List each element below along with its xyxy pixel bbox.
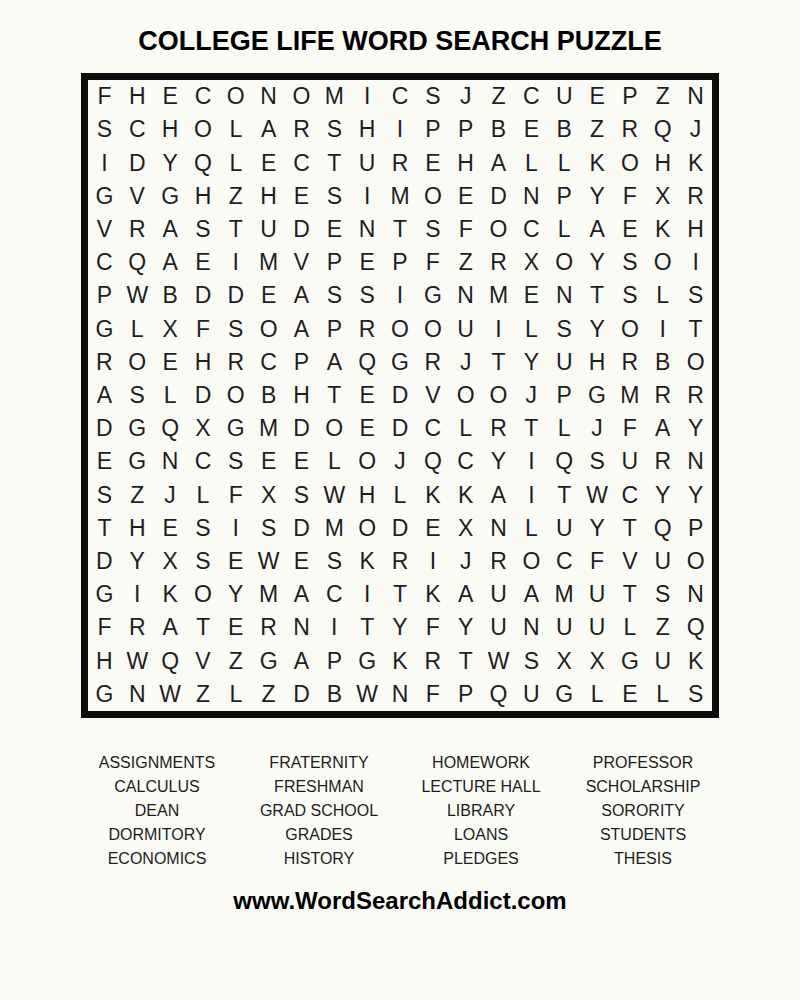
- grid-cell-r9c1[interactable]: R: [88, 346, 121, 379]
- grid-cell-r9c4[interactable]: H: [187, 346, 220, 379]
- grid-cell-r2c14[interactable]: E: [515, 113, 548, 146]
- grid-cell-r13c6[interactable]: X: [252, 479, 285, 512]
- grid-cell-r3c5[interactable]: L: [219, 146, 252, 179]
- grid-cell-r11c17[interactable]: F: [613, 412, 646, 445]
- grid-cell-r1c7[interactable]: O: [285, 80, 318, 113]
- grid-cell-r3c19[interactable]: K: [679, 146, 712, 179]
- grid-cell-r5c17[interactable]: E: [613, 213, 646, 246]
- grid-cell-r10c17[interactable]: M: [613, 379, 646, 412]
- grid-cell-r6c10[interactable]: P: [384, 246, 417, 279]
- grid-cell-r17c9[interactable]: T: [351, 611, 384, 644]
- grid-cell-r6c18[interactable]: O: [646, 246, 679, 279]
- grid-cell-r9c15[interactable]: U: [548, 346, 581, 379]
- grid-cell-r15c3[interactable]: X: [154, 545, 187, 578]
- grid-cell-r14c19[interactable]: P: [679, 512, 712, 545]
- grid-cell-r13c8[interactable]: W: [318, 479, 351, 512]
- grid-cell-r18c8[interactable]: P: [318, 645, 351, 678]
- grid-cell-r3c1[interactable]: I: [88, 146, 121, 179]
- grid-cell-r6c14[interactable]: X: [515, 246, 548, 279]
- grid-cell-r6c5[interactable]: I: [219, 246, 252, 279]
- grid-cell-r15c17[interactable]: V: [613, 545, 646, 578]
- grid-cell-r15c1[interactable]: D: [88, 545, 121, 578]
- grid-cell-r8c10[interactable]: O: [384, 312, 417, 345]
- grid-cell-r16c5[interactable]: Y: [219, 578, 252, 611]
- grid-cell-r10c1[interactable]: A: [88, 379, 121, 412]
- grid-cell-r14c15[interactable]: U: [548, 512, 581, 545]
- grid-cell-r8c14[interactable]: L: [515, 312, 548, 345]
- grid-cell-r10c15[interactable]: P: [548, 379, 581, 412]
- grid-cell-r19c3[interactable]: W: [154, 678, 187, 711]
- grid-cell-r9c6[interactable]: C: [252, 346, 285, 379]
- grid-cell-r4c17[interactable]: F: [613, 180, 646, 213]
- grid-cell-r19c13[interactable]: Q: [482, 678, 515, 711]
- grid-cell-r11c9[interactable]: E: [351, 412, 384, 445]
- grid-cell-r15c18[interactable]: U: [646, 545, 679, 578]
- grid-cell-r17c5[interactable]: E: [219, 611, 252, 644]
- grid-cell-r12c1[interactable]: E: [88, 445, 121, 478]
- grid-cell-r5c15[interactable]: L: [548, 213, 581, 246]
- grid-cell-r5c14[interactable]: C: [515, 213, 548, 246]
- grid-cell-r15c12[interactable]: J: [449, 545, 482, 578]
- grid-cell-r11c3[interactable]: Q: [154, 412, 187, 445]
- grid-cell-r2c17[interactable]: R: [613, 113, 646, 146]
- grid-cell-r15c15[interactable]: C: [548, 545, 581, 578]
- grid-cell-r10c12[interactable]: O: [449, 379, 482, 412]
- grid-cell-r2c15[interactable]: B: [548, 113, 581, 146]
- grid-cell-r10c18[interactable]: R: [646, 379, 679, 412]
- grid-cell-r19c16[interactable]: L: [581, 678, 614, 711]
- grid-cell-r5c11[interactable]: S: [416, 213, 449, 246]
- grid-cell-r11c15[interactable]: L: [548, 412, 581, 445]
- grid-cell-r19c7[interactable]: D: [285, 678, 318, 711]
- grid-cell-r13c15[interactable]: T: [548, 479, 581, 512]
- grid-cell-r2c1[interactable]: S: [88, 113, 121, 146]
- grid-cell-r14c7[interactable]: D: [285, 512, 318, 545]
- grid-cell-r5c9[interactable]: N: [351, 213, 384, 246]
- grid-cell-r5c18[interactable]: K: [646, 213, 679, 246]
- grid-cell-r1c18[interactable]: Z: [646, 80, 679, 113]
- grid-cell-r12c15[interactable]: Q: [548, 445, 581, 478]
- grid-cell-r12c6[interactable]: E: [252, 445, 285, 478]
- grid-cell-r17c12[interactable]: Y: [449, 611, 482, 644]
- grid-cell-r4c8[interactable]: S: [318, 180, 351, 213]
- grid-cell-r12c7[interactable]: E: [285, 445, 318, 478]
- grid-cell-r18c17[interactable]: G: [613, 645, 646, 678]
- grid-cell-r13c14[interactable]: I: [515, 479, 548, 512]
- grid-cell-r16c16[interactable]: U: [581, 578, 614, 611]
- grid-cell-r4c16[interactable]: Y: [581, 180, 614, 213]
- grid-cell-r18c7[interactable]: A: [285, 645, 318, 678]
- grid-cell-r14c17[interactable]: T: [613, 512, 646, 545]
- grid-cell-r11c4[interactable]: X: [187, 412, 220, 445]
- grid-cell-r17c7[interactable]: N: [285, 611, 318, 644]
- grid-cell-r16c11[interactable]: K: [416, 578, 449, 611]
- grid-cell-r3c9[interactable]: U: [351, 146, 384, 179]
- grid-cell-r9c14[interactable]: Y: [515, 346, 548, 379]
- grid-cell-r9c18[interactable]: B: [646, 346, 679, 379]
- grid-cell-r2c5[interactable]: L: [219, 113, 252, 146]
- grid-cell-r2c2[interactable]: C: [121, 113, 154, 146]
- grid-cell-r14c13[interactable]: N: [482, 512, 515, 545]
- grid-cell-r2c4[interactable]: O: [187, 113, 220, 146]
- grid-cell-r19c18[interactable]: L: [646, 678, 679, 711]
- grid-cell-r17c8[interactable]: I: [318, 611, 351, 644]
- grid-cell-r12c5[interactable]: S: [219, 445, 252, 478]
- grid-cell-r16c19[interactable]: N: [679, 578, 712, 611]
- grid-cell-r8c18[interactable]: I: [646, 312, 679, 345]
- grid-cell-r15c5[interactable]: E: [219, 545, 252, 578]
- grid-cell-r19c19[interactable]: S: [679, 678, 712, 711]
- grid-cell-r18c9[interactable]: G: [351, 645, 384, 678]
- grid-cell-r1c13[interactable]: Z: [482, 80, 515, 113]
- grid-cell-r11c5[interactable]: G: [219, 412, 252, 445]
- grid-cell-r16c15[interactable]: M: [548, 578, 581, 611]
- grid-cell-r16c7[interactable]: A: [285, 578, 318, 611]
- grid-cell-r7c17[interactable]: S: [613, 279, 646, 312]
- grid-cell-r18c16[interactable]: X: [581, 645, 614, 678]
- grid-cell-r3c6[interactable]: E: [252, 146, 285, 179]
- grid-cell-r15c13[interactable]: R: [482, 545, 515, 578]
- grid-cell-r11c2[interactable]: G: [121, 412, 154, 445]
- grid-cell-r18c18[interactable]: U: [646, 645, 679, 678]
- grid-cell-r7c3[interactable]: B: [154, 279, 187, 312]
- grid-cell-r9c2[interactable]: O: [121, 346, 154, 379]
- grid-cell-r16c18[interactable]: S: [646, 578, 679, 611]
- grid-cell-r3c15[interactable]: L: [548, 146, 581, 179]
- grid-cell-r14c10[interactable]: D: [384, 512, 417, 545]
- grid-cell-r6c16[interactable]: Y: [581, 246, 614, 279]
- grid-cell-r11c16[interactable]: J: [581, 412, 614, 445]
- grid-cell-r13c17[interactable]: C: [613, 479, 646, 512]
- grid-cell-r12c14[interactable]: I: [515, 445, 548, 478]
- grid-cell-r3c16[interactable]: K: [581, 146, 614, 179]
- grid-cell-r7c1[interactable]: P: [88, 279, 121, 312]
- grid-cell-r5c10[interactable]: T: [384, 213, 417, 246]
- grid-cell-r13c16[interactable]: W: [581, 479, 614, 512]
- grid-cell-r6c13[interactable]: R: [482, 246, 515, 279]
- grid-cell-r14c1[interactable]: T: [88, 512, 121, 545]
- grid-cell-r10c19[interactable]: R: [679, 379, 712, 412]
- grid-cell-r19c12[interactable]: P: [449, 678, 482, 711]
- grid-cell-r15c7[interactable]: E: [285, 545, 318, 578]
- grid-cell-r5c4[interactable]: S: [187, 213, 220, 246]
- grid-cell-r5c12[interactable]: F: [449, 213, 482, 246]
- grid-cell-r8c2[interactable]: L: [121, 312, 154, 345]
- grid-cell-r19c11[interactable]: F: [416, 678, 449, 711]
- grid-cell-r10c4[interactable]: D: [187, 379, 220, 412]
- grid-cell-r8c17[interactable]: O: [613, 312, 646, 345]
- grid-cell-r6c8[interactable]: P: [318, 246, 351, 279]
- grid-cell-r13c9[interactable]: H: [351, 479, 384, 512]
- grid-cell-r10c11[interactable]: V: [416, 379, 449, 412]
- grid-cell-r1c8[interactable]: M: [318, 80, 351, 113]
- grid-cell-r14c18[interactable]: Q: [646, 512, 679, 545]
- grid-cell-r17c6[interactable]: R: [252, 611, 285, 644]
- grid-cell-r2c3[interactable]: H: [154, 113, 187, 146]
- grid-cell-r17c3[interactable]: A: [154, 611, 187, 644]
- grid-cell-r17c19[interactable]: Q: [679, 611, 712, 644]
- grid-cell-r19c6[interactable]: Z: [252, 678, 285, 711]
- grid-cell-r18c5[interactable]: Z: [219, 645, 252, 678]
- grid-cell-r17c1[interactable]: F: [88, 611, 121, 644]
- grid-cell-r15c11[interactable]: I: [416, 545, 449, 578]
- grid-cell-r18c1[interactable]: H: [88, 645, 121, 678]
- grid-cell-r16c9[interactable]: I: [351, 578, 384, 611]
- grid-cell-r14c6[interactable]: S: [252, 512, 285, 545]
- grid-cell-r7c11[interactable]: G: [416, 279, 449, 312]
- grid-cell-r9c16[interactable]: H: [581, 346, 614, 379]
- grid-cell-r13c7[interactable]: S: [285, 479, 318, 512]
- grid-cell-r12c8[interactable]: L: [318, 445, 351, 478]
- grid-cell-r18c2[interactable]: W: [121, 645, 154, 678]
- grid-cell-r18c11[interactable]: R: [416, 645, 449, 678]
- grid-cell-r4c13[interactable]: D: [482, 180, 515, 213]
- grid-cell-r7c19[interactable]: S: [679, 279, 712, 312]
- grid-cell-r17c14[interactable]: N: [515, 611, 548, 644]
- grid-cell-r13c3[interactable]: J: [154, 479, 187, 512]
- grid-cell-r14c16[interactable]: Y: [581, 512, 614, 545]
- grid-cell-r8c4[interactable]: F: [187, 312, 220, 345]
- grid-cell-r18c10[interactable]: K: [384, 645, 417, 678]
- grid-cell-r18c12[interactable]: T: [449, 645, 482, 678]
- grid-cell-r9c7[interactable]: P: [285, 346, 318, 379]
- grid-cell-r7c12[interactable]: N: [449, 279, 482, 312]
- grid-cell-r14c11[interactable]: E: [416, 512, 449, 545]
- grid-cell-r10c9[interactable]: E: [351, 379, 384, 412]
- grid-cell-r5c7[interactable]: D: [285, 213, 318, 246]
- grid-cell-r14c12[interactable]: X: [449, 512, 482, 545]
- grid-cell-r19c9[interactable]: W: [351, 678, 384, 711]
- grid-cell-r7c14[interactable]: E: [515, 279, 548, 312]
- grid-cell-r18c6[interactable]: G: [252, 645, 285, 678]
- grid-cell-r12c4[interactable]: C: [187, 445, 220, 478]
- grid-cell-r2c11[interactable]: P: [416, 113, 449, 146]
- grid-cell-r13c19[interactable]: Y: [679, 479, 712, 512]
- grid-cell-r11c8[interactable]: O: [318, 412, 351, 445]
- grid-cell-r15c8[interactable]: S: [318, 545, 351, 578]
- grid-cell-r13c18[interactable]: Y: [646, 479, 679, 512]
- grid-cell-r14c3[interactable]: E: [154, 512, 187, 545]
- grid-cell-r10c16[interactable]: G: [581, 379, 614, 412]
- grid-cell-r16c8[interactable]: C: [318, 578, 351, 611]
- grid-cell-r8c19[interactable]: T: [679, 312, 712, 345]
- grid-cell-r6c1[interactable]: C: [88, 246, 121, 279]
- grid-cell-r7c9[interactable]: S: [351, 279, 384, 312]
- grid-cell-r3c2[interactable]: D: [121, 146, 154, 179]
- grid-cell-r4c11[interactable]: O: [416, 180, 449, 213]
- grid-cell-r8c1[interactable]: G: [88, 312, 121, 345]
- grid-cell-r10c3[interactable]: L: [154, 379, 187, 412]
- grid-cell-r16c17[interactable]: T: [613, 578, 646, 611]
- grid-cell-r2c10[interactable]: I: [384, 113, 417, 146]
- grid-cell-r19c4[interactable]: Z: [187, 678, 220, 711]
- grid-cell-r6c15[interactable]: O: [548, 246, 581, 279]
- grid-cell-r3c11[interactable]: E: [416, 146, 449, 179]
- grid-cell-r10c13[interactable]: O: [482, 379, 515, 412]
- grid-cell-r2c13[interactable]: B: [482, 113, 515, 146]
- grid-cell-r5c5[interactable]: T: [219, 213, 252, 246]
- grid-cell-r9c8[interactable]: A: [318, 346, 351, 379]
- grid-cell-r6c7[interactable]: V: [285, 246, 318, 279]
- grid-cell-r16c4[interactable]: O: [187, 578, 220, 611]
- grid-cell-r13c1[interactable]: S: [88, 479, 121, 512]
- grid-cell-r12c17[interactable]: U: [613, 445, 646, 478]
- grid-cell-r13c12[interactable]: K: [449, 479, 482, 512]
- grid-cell-r15c2[interactable]: Y: [121, 545, 154, 578]
- grid-cell-r18c3[interactable]: Q: [154, 645, 187, 678]
- grid-cell-r8c7[interactable]: A: [285, 312, 318, 345]
- grid-cell-r19c5[interactable]: L: [219, 678, 252, 711]
- grid-cell-r12c10[interactable]: J: [384, 445, 417, 478]
- grid-cell-r5c13[interactable]: O: [482, 213, 515, 246]
- grid-cell-r1c2[interactable]: H: [121, 80, 154, 113]
- grid-cell-r9c13[interactable]: T: [482, 346, 515, 379]
- grid-cell-r11c14[interactable]: T: [515, 412, 548, 445]
- grid-cell-r11c7[interactable]: D: [285, 412, 318, 445]
- grid-cell-r19c10[interactable]: N: [384, 678, 417, 711]
- grid-cell-r3c7[interactable]: C: [285, 146, 318, 179]
- grid-cell-r15c14[interactable]: O: [515, 545, 548, 578]
- grid-cell-r6c2[interactable]: Q: [121, 246, 154, 279]
- grid-cell-r5c16[interactable]: A: [581, 213, 614, 246]
- grid-cell-r17c11[interactable]: F: [416, 611, 449, 644]
- grid-cell-r1c4[interactable]: C: [187, 80, 220, 113]
- grid-cell-r12c9[interactable]: O: [351, 445, 384, 478]
- grid-cell-r10c14[interactable]: J: [515, 379, 548, 412]
- grid-cell-r7c16[interactable]: T: [581, 279, 614, 312]
- grid-cell-r6c4[interactable]: E: [187, 246, 220, 279]
- grid-cell-r2c6[interactable]: A: [252, 113, 285, 146]
- grid-cell-r15c10[interactable]: R: [384, 545, 417, 578]
- grid-cell-r5c1[interactable]: V: [88, 213, 121, 246]
- grid-cell-r9c11[interactable]: R: [416, 346, 449, 379]
- grid-cell-r12c12[interactable]: C: [449, 445, 482, 478]
- grid-cell-r14c2[interactable]: H: [121, 512, 154, 545]
- grid-cell-r7c8[interactable]: S: [318, 279, 351, 312]
- grid-cell-r7c5[interactable]: D: [219, 279, 252, 312]
- grid-cell-r16c3[interactable]: K: [154, 578, 187, 611]
- grid-cell-r18c15[interactable]: X: [548, 645, 581, 678]
- grid-cell-r5c2[interactable]: R: [121, 213, 154, 246]
- grid-cell-r11c13[interactable]: R: [482, 412, 515, 445]
- grid-cell-r4c6[interactable]: H: [252, 180, 285, 213]
- grid-cell-r8c15[interactable]: S: [548, 312, 581, 345]
- grid-cell-r10c2[interactable]: S: [121, 379, 154, 412]
- grid-cell-r7c13[interactable]: M: [482, 279, 515, 312]
- grid-cell-r4c10[interactable]: M: [384, 180, 417, 213]
- grid-cell-r11c1[interactable]: D: [88, 412, 121, 445]
- grid-cell-r7c15[interactable]: N: [548, 279, 581, 312]
- grid-cell-r17c4[interactable]: T: [187, 611, 220, 644]
- grid-cell-r4c9[interactable]: I: [351, 180, 384, 213]
- grid-cell-r9c9[interactable]: Q: [351, 346, 384, 379]
- grid-cell-r11c19[interactable]: Y: [679, 412, 712, 445]
- grid-cell-r6c9[interactable]: E: [351, 246, 384, 279]
- grid-cell-r5c19[interactable]: H: [679, 213, 712, 246]
- grid-cell-r19c2[interactable]: N: [121, 678, 154, 711]
- grid-cell-r4c18[interactable]: X: [646, 180, 679, 213]
- grid-cell-r17c16[interactable]: U: [581, 611, 614, 644]
- grid-cell-r16c13[interactable]: U: [482, 578, 515, 611]
- grid-cell-r13c5[interactable]: F: [219, 479, 252, 512]
- grid-cell-r11c11[interactable]: C: [416, 412, 449, 445]
- grid-cell-r2c9[interactable]: H: [351, 113, 384, 146]
- grid-cell-r13c10[interactable]: L: [384, 479, 417, 512]
- grid-cell-r19c14[interactable]: U: [515, 678, 548, 711]
- grid-cell-r9c19[interactable]: O: [679, 346, 712, 379]
- grid-cell-r10c10[interactable]: D: [384, 379, 417, 412]
- grid-cell-r10c5[interactable]: O: [219, 379, 252, 412]
- grid-cell-r6c6[interactable]: M: [252, 246, 285, 279]
- grid-cell-r7c4[interactable]: D: [187, 279, 220, 312]
- grid-cell-r4c4[interactable]: H: [187, 180, 220, 213]
- grid-cell-r1c3[interactable]: E: [154, 80, 187, 113]
- grid-cell-r1c11[interactable]: S: [416, 80, 449, 113]
- grid-cell-r1c15[interactable]: U: [548, 80, 581, 113]
- grid-cell-r16c14[interactable]: A: [515, 578, 548, 611]
- grid-cell-r15c19[interactable]: O: [679, 545, 712, 578]
- grid-cell-r3c4[interactable]: Q: [187, 146, 220, 179]
- grid-cell-r9c5[interactable]: R: [219, 346, 252, 379]
- grid-cell-r5c3[interactable]: A: [154, 213, 187, 246]
- grid-cell-r9c3[interactable]: E: [154, 346, 187, 379]
- grid-cell-r13c4[interactable]: L: [187, 479, 220, 512]
- grid-cell-r4c14[interactable]: N: [515, 180, 548, 213]
- grid-cell-r16c1[interactable]: G: [88, 578, 121, 611]
- grid-cell-r18c14[interactable]: S: [515, 645, 548, 678]
- grid-cell-r1c12[interactable]: J: [449, 80, 482, 113]
- grid-cell-r12c18[interactable]: R: [646, 445, 679, 478]
- grid-cell-r10c6[interactable]: B: [252, 379, 285, 412]
- grid-cell-r19c8[interactable]: B: [318, 678, 351, 711]
- grid-cell-r1c19[interactable]: N: [679, 80, 712, 113]
- grid-cell-r16c2[interactable]: I: [121, 578, 154, 611]
- grid-cell-r2c16[interactable]: Z: [581, 113, 614, 146]
- grid-cell-r12c13[interactable]: Y: [482, 445, 515, 478]
- grid-cell-r1c17[interactable]: P: [613, 80, 646, 113]
- grid-cell-r12c2[interactable]: G: [121, 445, 154, 478]
- grid-cell-r18c13[interactable]: W: [482, 645, 515, 678]
- grid-cell-r11c12[interactable]: L: [449, 412, 482, 445]
- grid-cell-r8c12[interactable]: U: [449, 312, 482, 345]
- grid-cell-r19c17[interactable]: E: [613, 678, 646, 711]
- grid-cell-r4c7[interactable]: E: [285, 180, 318, 213]
- grid-cell-r17c15[interactable]: U: [548, 611, 581, 644]
- grid-cell-r17c13[interactable]: U: [482, 611, 515, 644]
- grid-cell-r16c6[interactable]: M: [252, 578, 285, 611]
- grid-cell-r6c3[interactable]: A: [154, 246, 187, 279]
- grid-cell-r8c13[interactable]: I: [482, 312, 515, 345]
- grid-cell-r2c12[interactable]: P: [449, 113, 482, 146]
- grid-cell-r14c8[interactable]: M: [318, 512, 351, 545]
- grid-cell-r8c8[interactable]: P: [318, 312, 351, 345]
- grid-cell-r2c18[interactable]: Q: [646, 113, 679, 146]
- grid-cell-r5c6[interactable]: U: [252, 213, 285, 246]
- grid-cell-r7c10[interactable]: I: [384, 279, 417, 312]
- grid-cell-r17c10[interactable]: Y: [384, 611, 417, 644]
- grid-cell-r18c19[interactable]: K: [679, 645, 712, 678]
- grid-cell-r8c9[interactable]: R: [351, 312, 384, 345]
- grid-cell-r1c9[interactable]: I: [351, 80, 384, 113]
- grid-cell-r16c12[interactable]: A: [449, 578, 482, 611]
- grid-cell-r8c6[interactable]: O: [252, 312, 285, 345]
- grid-cell-r16c10[interactable]: T: [384, 578, 417, 611]
- grid-cell-r19c15[interactable]: G: [548, 678, 581, 711]
- grid-cell-r6c11[interactable]: F: [416, 246, 449, 279]
- grid-cell-r15c16[interactable]: F: [581, 545, 614, 578]
- grid-cell-r4c2[interactable]: V: [121, 180, 154, 213]
- grid-cell-r14c9[interactable]: O: [351, 512, 384, 545]
